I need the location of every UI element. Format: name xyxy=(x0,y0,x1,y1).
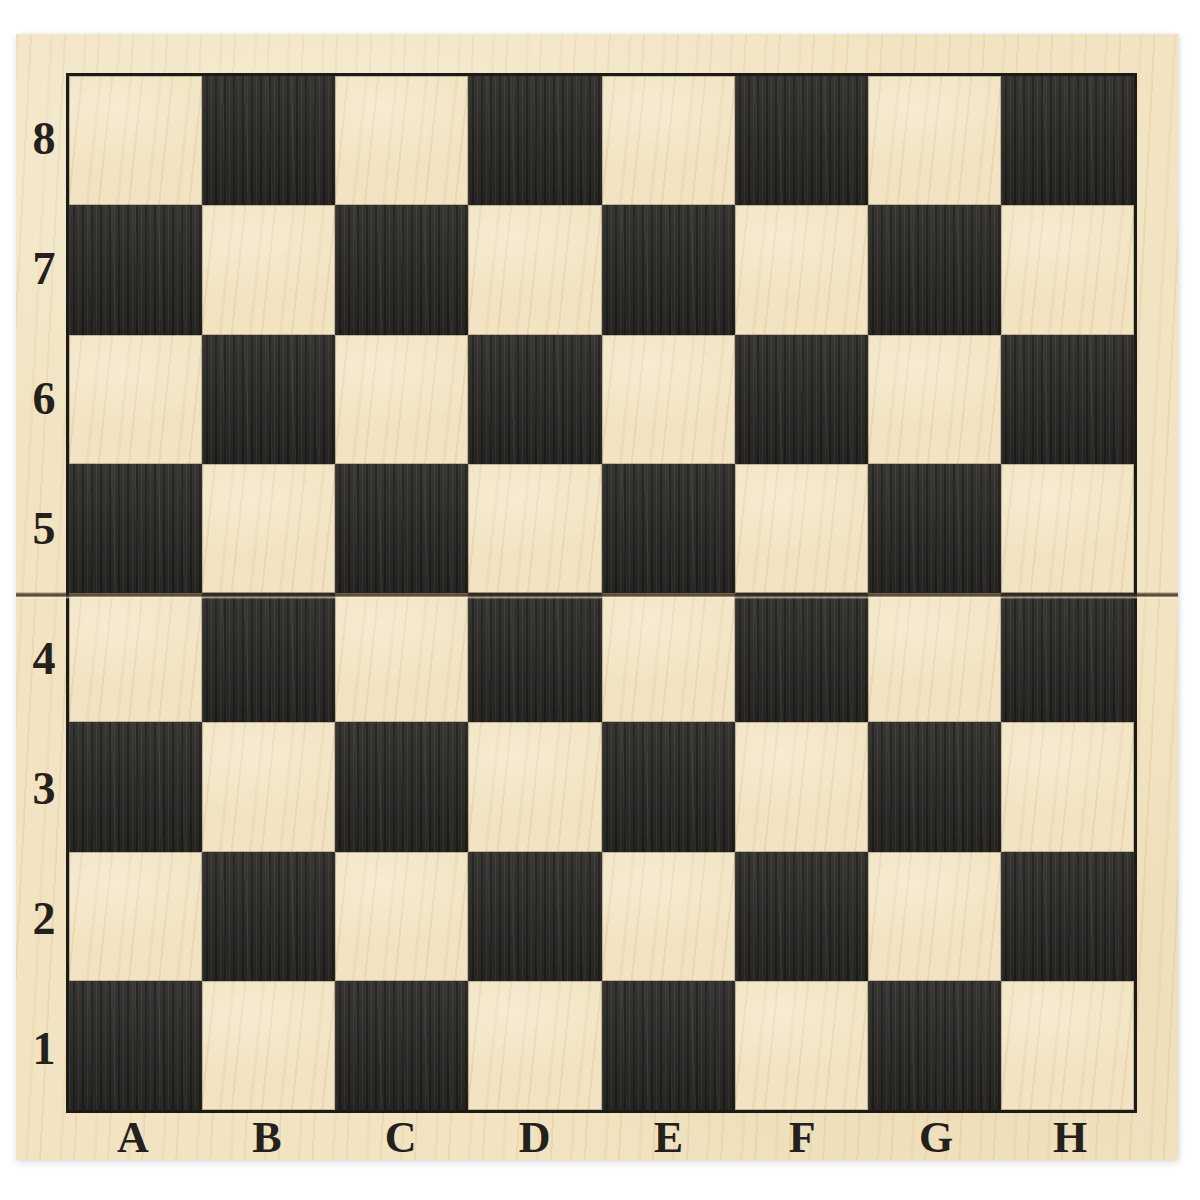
square-e6[interactable] xyxy=(602,335,735,464)
square-g6[interactable] xyxy=(868,335,1001,464)
square-b7[interactable] xyxy=(202,205,335,334)
square-g2[interactable] xyxy=(868,852,1001,981)
square-c6[interactable] xyxy=(335,335,468,464)
square-a4[interactable] xyxy=(69,593,202,722)
square-d4[interactable] xyxy=(468,593,601,722)
rank-label-3: 3 xyxy=(16,723,66,853)
square-b1[interactable] xyxy=(202,981,335,1110)
square-h6[interactable] xyxy=(1001,335,1134,464)
square-f6[interactable] xyxy=(735,335,868,464)
square-h5[interactable] xyxy=(1001,464,1134,593)
square-c1[interactable] xyxy=(335,981,468,1110)
file-label-h: H xyxy=(1003,1113,1137,1160)
file-label-d: D xyxy=(468,1113,602,1160)
file-label-g: G xyxy=(869,1113,1003,1160)
square-h4[interactable] xyxy=(1001,593,1134,722)
rank-labels-column: 87654321 xyxy=(16,73,66,1113)
rank-label-6: 6 xyxy=(16,333,66,463)
rank-label-1: 1 xyxy=(16,983,66,1113)
square-c5[interactable] xyxy=(335,464,468,593)
square-b5[interactable] xyxy=(202,464,335,593)
square-g4[interactable] xyxy=(868,593,1001,722)
wooden-chessboard: 87654321 ABCDEFGH xyxy=(16,34,1178,1160)
square-b2[interactable] xyxy=(202,852,335,981)
square-f8[interactable] xyxy=(735,76,868,205)
square-g1[interactable] xyxy=(868,981,1001,1110)
rank-label-5: 5 xyxy=(16,463,66,593)
square-a1[interactable] xyxy=(69,981,202,1110)
square-a6[interactable] xyxy=(69,335,202,464)
square-c3[interactable] xyxy=(335,722,468,851)
square-c2[interactable] xyxy=(335,852,468,981)
square-f7[interactable] xyxy=(735,205,868,334)
square-f2[interactable] xyxy=(735,852,868,981)
square-d8[interactable] xyxy=(468,76,601,205)
square-a8[interactable] xyxy=(69,76,202,205)
square-e2[interactable] xyxy=(602,852,735,981)
square-e7[interactable] xyxy=(602,205,735,334)
rank-label-2: 2 xyxy=(16,853,66,983)
rank-label-7: 7 xyxy=(16,203,66,333)
square-e4[interactable] xyxy=(602,593,735,722)
file-label-a: A xyxy=(66,1113,200,1160)
rank-label-4: 4 xyxy=(16,593,66,723)
square-b8[interactable] xyxy=(202,76,335,205)
square-d2[interactable] xyxy=(468,852,601,981)
square-b4[interactable] xyxy=(202,593,335,722)
square-f3[interactable] xyxy=(735,722,868,851)
square-f1[interactable] xyxy=(735,981,868,1110)
square-e3[interactable] xyxy=(602,722,735,851)
square-c7[interactable] xyxy=(335,205,468,334)
square-d6[interactable] xyxy=(468,335,601,464)
file-labels-row: ABCDEFGH xyxy=(66,1113,1137,1160)
square-a7[interactable] xyxy=(69,205,202,334)
square-c4[interactable] xyxy=(335,593,468,722)
file-label-c: C xyxy=(334,1113,468,1160)
square-h1[interactable] xyxy=(1001,981,1134,1110)
file-label-b: B xyxy=(200,1113,334,1160)
chessboard-grid xyxy=(66,73,1137,1113)
square-e5[interactable] xyxy=(602,464,735,593)
square-d3[interactable] xyxy=(468,722,601,851)
square-g8[interactable] xyxy=(868,76,1001,205)
square-c8[interactable] xyxy=(335,76,468,205)
rank-label-8: 8 xyxy=(16,73,66,203)
square-h2[interactable] xyxy=(1001,852,1134,981)
square-h7[interactable] xyxy=(1001,205,1134,334)
square-a2[interactable] xyxy=(69,852,202,981)
square-d7[interactable] xyxy=(468,205,601,334)
file-label-f: F xyxy=(735,1113,869,1160)
file-label-e: E xyxy=(602,1113,736,1160)
square-d5[interactable] xyxy=(468,464,601,593)
photo-background: 87654321 ABCDEFGH xyxy=(0,0,1200,1200)
square-g7[interactable] xyxy=(868,205,1001,334)
square-g3[interactable] xyxy=(868,722,1001,851)
square-a5[interactable] xyxy=(69,464,202,593)
square-d1[interactable] xyxy=(468,981,601,1110)
square-a3[interactable] xyxy=(69,722,202,851)
square-g5[interactable] xyxy=(868,464,1001,593)
square-b3[interactable] xyxy=(202,722,335,851)
square-e8[interactable] xyxy=(602,76,735,205)
square-b6[interactable] xyxy=(202,335,335,464)
square-e1[interactable] xyxy=(602,981,735,1110)
square-f5[interactable] xyxy=(735,464,868,593)
square-h8[interactable] xyxy=(1001,76,1134,205)
square-f4[interactable] xyxy=(735,593,868,722)
square-h3[interactable] xyxy=(1001,722,1134,851)
